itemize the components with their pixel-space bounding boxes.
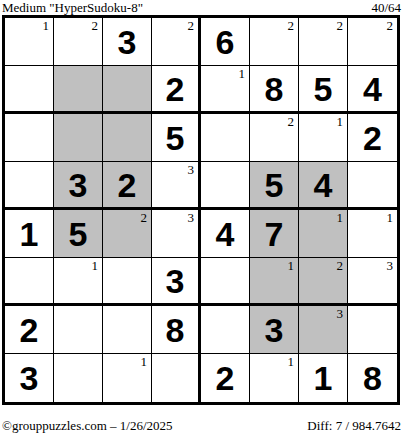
given-digit: 8 [363,361,382,395]
given-digit: 4 [314,168,333,202]
given-digit: 3 [166,264,185,298]
footer-bar: ©grouppuzzles.com – 1/26/2025 Diff: 7 / … [2,418,401,434]
given-digit: 2 [216,361,235,395]
given-digit: 6 [216,25,235,59]
given-digit: 5 [166,121,185,155]
cell-r1c8[interactable]: 2 [348,18,397,66]
cell-r8c3[interactable]: 1 [103,354,152,402]
pencil-mark: 1 [239,67,246,80]
cell-r3c8[interactable]: 2 [348,114,397,162]
cell-r5c7[interactable]: 1 [299,210,348,258]
cell-r6c6[interactable]: 1 [250,258,299,306]
cell-r1c7[interactable]: 2 [299,18,348,66]
cell-r3c5[interactable] [201,114,250,162]
pencil-mark: 2 [337,19,344,32]
cell-r3c3[interactable] [103,114,152,162]
cell-r7c5[interactable] [201,306,250,354]
cell-r3c7[interactable]: 1 [299,114,348,162]
given-digit: 2 [20,313,39,347]
pencil-mark: 1 [387,211,394,224]
cell-r3c6[interactable]: 2 [250,114,299,162]
pencil-mark: 1 [337,211,344,224]
cell-r5c4[interactable]: 3 [152,210,201,258]
cell-r1c3[interactable]: 3 [103,18,152,66]
cell-r2c2[interactable] [54,66,103,114]
cell-r1c5[interactable]: 6 [201,18,250,66]
pencil-mark: 2 [188,19,195,32]
cell-r4c3[interactable]: 2 [103,162,152,210]
cell-r1c1[interactable]: 1 [5,18,54,66]
cell-r4c2[interactable]: 3 [54,162,103,210]
pencil-mark: 2 [92,19,99,32]
pencil-mark: 3 [188,163,195,176]
cell-r8c6[interactable]: 1 [250,354,299,402]
pencil-mark: 1 [337,115,344,128]
cell-r7c2[interactable] [54,306,103,354]
copyright-line: ©grouppuzzles.com – 1/26/2025 [2,418,173,434]
pencil-mark: 2 [387,19,394,32]
cell-r4c6[interactable]: 5 [250,162,299,210]
cell-r3c1[interactable] [5,114,54,162]
given-digit: 7 [265,217,284,251]
pencil-mark: 1 [288,259,295,272]
difficulty-label: Diff: 7 / 984.7642 [307,418,401,434]
cell-r3c2[interactable] [54,114,103,162]
cell-r4c8[interactable] [348,162,397,210]
cell-r4c4[interactable]: 3 [152,162,201,210]
given-digit: 2 [363,121,382,155]
cell-r5c2[interactable]: 5 [54,210,103,258]
cell-r6c3[interactable] [103,258,152,306]
cell-r7c8[interactable] [348,306,397,354]
given-digit: 2 [118,168,137,202]
cell-r6c5[interactable] [201,258,250,306]
cell-r8c8[interactable]: 8 [348,354,397,402]
cell-r8c4[interactable] [152,354,201,402]
cell-r7c7[interactable]: 3 [299,306,348,354]
cell-r2c5[interactable]: 1 [201,66,250,114]
pencil-mark: 3 [188,211,195,224]
cell-r4c5[interactable] [201,162,250,210]
pencil-mark: 2 [288,19,295,32]
pencil-mark: 1 [92,259,99,272]
cell-r8c5[interactable]: 2 [201,354,250,402]
progress-counter: 40/64 [371,0,401,15]
given-digit: 4 [216,217,235,251]
given-digit: 3 [69,168,88,202]
given-digit: 5 [265,168,284,202]
given-digit: 2 [166,72,185,106]
cell-r4c1[interactable] [5,162,54,210]
given-digit: 3 [265,313,284,347]
cell-r2c6[interactable]: 8 [250,66,299,114]
cell-r4c7[interactable]: 4 [299,162,348,210]
sudoku-board: 1232622221854521232354152347111312328333… [2,15,400,405]
cell-r5c8[interactable]: 1 [348,210,397,258]
cell-r7c6[interactable]: 3 [250,306,299,354]
pencil-mark: 1 [141,355,148,368]
given-digit: 4 [363,72,382,106]
cell-r5c1[interactable]: 1 [5,210,54,258]
given-digit: 5 [69,217,88,251]
cell-r7c3[interactable] [103,306,152,354]
pencil-mark: 1 [288,355,295,368]
cell-r1c6[interactable]: 2 [250,18,299,66]
cell-r5c6[interactable]: 7 [250,210,299,258]
cell-r8c2[interactable] [54,354,103,402]
cell-r6c4[interactable]: 3 [152,258,201,306]
pencil-mark: 2 [337,259,344,272]
cell-r7c4[interactable]: 8 [152,306,201,354]
cell-r2c7[interactable]: 5 [299,66,348,114]
cell-r8c7[interactable]: 1 [299,354,348,402]
given-digit: 8 [265,72,284,106]
given-digit: 3 [118,25,137,59]
cell-r6c1[interactable] [5,258,54,306]
cell-r2c4[interactable]: 2 [152,66,201,114]
pencil-mark: 1 [43,19,50,32]
pencil-mark: 3 [387,259,394,272]
cell-r6c2[interactable]: 1 [54,258,103,306]
cell-r1c2[interactable]: 2 [54,18,103,66]
puzzle-title: Medium "HyperSudoku-8" [2,0,143,15]
cell-r7c1[interactable]: 2 [5,306,54,354]
cell-r1c4[interactable]: 2 [152,18,201,66]
given-digit: 8 [166,313,185,347]
given-digit: 1 [314,361,333,395]
given-digit: 3 [20,361,39,395]
cell-r5c5[interactable]: 4 [201,210,250,258]
given-digit: 1 [20,217,39,251]
given-digit: 5 [314,72,333,106]
pencil-mark: 2 [141,211,148,224]
cell-r2c8[interactable]: 4 [348,66,397,114]
cell-r2c1[interactable] [5,66,54,114]
pencil-mark: 3 [337,307,344,320]
cell-r5c3[interactable]: 2 [103,210,152,258]
cell-r8c1[interactable]: 3 [5,354,54,402]
cell-r2c3[interactable] [103,66,152,114]
cell-r6c7[interactable]: 2 [299,258,348,306]
pencil-mark: 2 [288,115,295,128]
title-bar: Medium "HyperSudoku-8" 40/64 [2,0,401,15]
cell-r3c4[interactable]: 5 [152,114,201,162]
cell-r6c8[interactable]: 3 [348,258,397,306]
